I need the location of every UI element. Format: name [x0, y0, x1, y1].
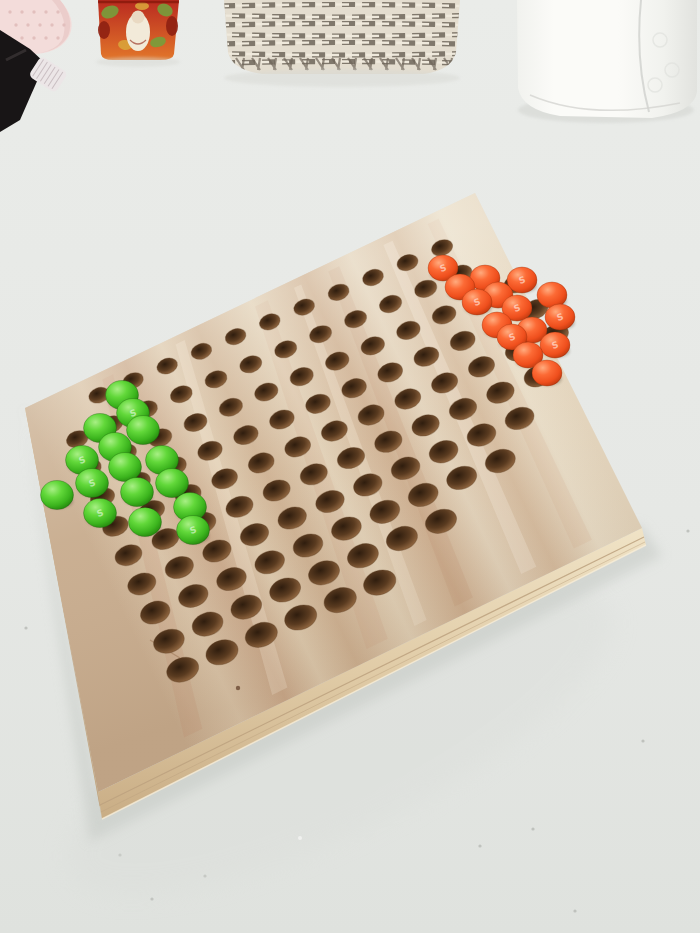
green-candy-piece[interactable]: S: [76, 469, 109, 498]
green-candy-piece[interactable]: [156, 469, 189, 498]
orange-candy-piece[interactable]: S: [462, 289, 492, 315]
wood-knot: [236, 686, 240, 690]
dust-speck: [150, 897, 153, 900]
dust-speck: [531, 827, 534, 830]
cup-floral-blotch: [98, 21, 110, 39]
dust-speck: [686, 529, 689, 532]
cup-floral-blotch: [166, 16, 178, 36]
dust-speck: [24, 626, 27, 629]
dust-speck: [573, 909, 576, 912]
candy-body: [532, 360, 562, 386]
dust-speck: [478, 844, 481, 847]
candy-body: [121, 478, 154, 507]
dust-speck: [641, 739, 644, 742]
candy-body: [156, 469, 189, 498]
green-candy-piece[interactable]: [129, 508, 162, 537]
paper-towel-roll: [517, 0, 697, 123]
wicker-basket: [222, 0, 462, 87]
green-candy-piece[interactable]: S: [84, 499, 117, 528]
green-candy-piece[interactable]: [41, 481, 74, 510]
green-candy-piece[interactable]: [127, 416, 160, 445]
green-candy-piece[interactable]: [121, 478, 154, 507]
orange-candy-piece[interactable]: S: [545, 304, 575, 330]
candy-body: [127, 416, 160, 445]
orange-candy-piece[interactable]: S: [540, 332, 570, 358]
green-candy-piece[interactable]: S: [177, 516, 210, 545]
matryoshka-cup: [96, 0, 180, 67]
photo-scene: SSSSSSSSSSSS: [0, 0, 700, 933]
scene-svg: SSSSSSSSSSSS: [0, 0, 700, 933]
orange-candy-piece[interactable]: [532, 360, 562, 386]
candy-body: [41, 481, 74, 510]
candy-body: [129, 508, 162, 537]
